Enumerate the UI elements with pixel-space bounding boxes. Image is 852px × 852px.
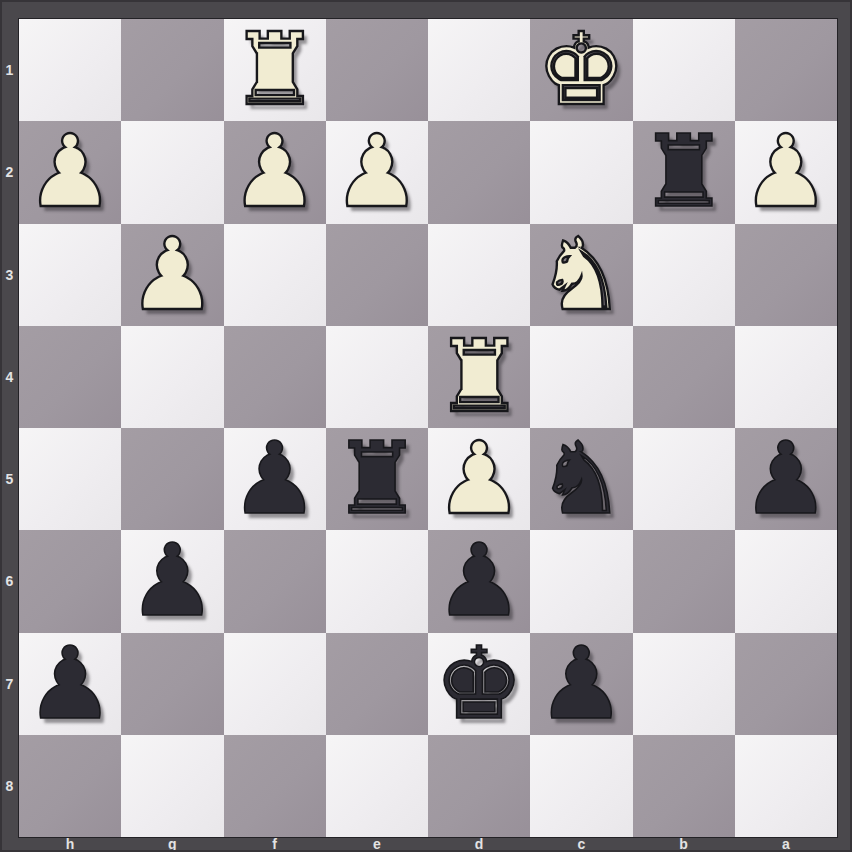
- piece-white-pawn-e2[interactable]: ♟: [326, 121, 428, 223]
- square-b8[interactable]: [633, 735, 735, 837]
- square-e6[interactable]: [326, 530, 428, 632]
- square-g4[interactable]: [121, 326, 223, 428]
- square-d7[interactable]: ♚: [428, 633, 530, 735]
- square-f8[interactable]: [224, 735, 326, 837]
- rank-label-1: 1: [2, 19, 17, 121]
- piece-white-knight-c3[interactable]: ♞: [530, 224, 632, 326]
- square-a7[interactable]: [735, 633, 837, 735]
- piece-black-pawn-d6[interactable]: ♟: [428, 530, 530, 632]
- square-b6[interactable]: [633, 530, 735, 632]
- square-c8[interactable]: [530, 735, 632, 837]
- square-b3[interactable]: [633, 224, 735, 326]
- square-f4[interactable]: [224, 326, 326, 428]
- piece-black-rook-e5[interactable]: ♜: [326, 428, 428, 530]
- square-e8[interactable]: [326, 735, 428, 837]
- square-c2[interactable]: [530, 121, 632, 223]
- piece-white-pawn-a2[interactable]: ♟: [735, 121, 837, 223]
- piece-black-rook-b2[interactable]: ♜: [633, 121, 735, 223]
- square-d6[interactable]: ♟: [428, 530, 530, 632]
- square-c3[interactable]: ♞: [530, 224, 632, 326]
- square-d3[interactable]: [428, 224, 530, 326]
- chess-board: ♜♚♟♟♟♜♟♟♞♜♟♜♟♞♟♟♟♟♚♟: [19, 19, 837, 837]
- rank-label-2: 2: [2, 121, 17, 223]
- square-h4[interactable]: [19, 326, 121, 428]
- piece-white-pawn-g3[interactable]: ♟: [121, 224, 223, 326]
- square-g1[interactable]: [121, 19, 223, 121]
- square-f2[interactable]: ♟: [224, 121, 326, 223]
- square-g7[interactable]: [121, 633, 223, 735]
- square-g2[interactable]: [121, 121, 223, 223]
- file-label-f: f: [224, 835, 326, 852]
- file-label-d: d: [428, 835, 530, 852]
- chess-board-frame: 12345678 ♜♚♟♟♟♜♟♟♞♜♟♜♟♞♟♟♟♟♚♟ hgfedcba: [0, 0, 852, 852]
- square-c6[interactable]: [530, 530, 632, 632]
- square-b4[interactable]: [633, 326, 735, 428]
- piece-black-pawn-c7[interactable]: ♟: [530, 633, 632, 735]
- rank-label-3: 3: [2, 224, 17, 326]
- square-f5[interactable]: ♟: [224, 428, 326, 530]
- rank-label-4: 4: [2, 326, 17, 428]
- square-b1[interactable]: [633, 19, 735, 121]
- square-a5[interactable]: ♟: [735, 428, 837, 530]
- square-g8[interactable]: [121, 735, 223, 837]
- square-a3[interactable]: [735, 224, 837, 326]
- square-h5[interactable]: [19, 428, 121, 530]
- square-g3[interactable]: ♟: [121, 224, 223, 326]
- square-f6[interactable]: [224, 530, 326, 632]
- file-label-h: h: [19, 835, 121, 852]
- square-h1[interactable]: [19, 19, 121, 121]
- square-f7[interactable]: [224, 633, 326, 735]
- square-e1[interactable]: [326, 19, 428, 121]
- square-d8[interactable]: [428, 735, 530, 837]
- piece-black-pawn-a5[interactable]: ♟: [735, 428, 837, 530]
- rank-label-5: 5: [2, 428, 17, 530]
- square-c4[interactable]: [530, 326, 632, 428]
- rank-label-7: 7: [2, 633, 17, 735]
- square-h6[interactable]: [19, 530, 121, 632]
- square-h8[interactable]: [19, 735, 121, 837]
- square-d4[interactable]: ♜: [428, 326, 530, 428]
- square-f1[interactable]: ♜: [224, 19, 326, 121]
- piece-white-pawn-d5[interactable]: ♟: [428, 428, 530, 530]
- square-c1[interactable]: ♚: [530, 19, 632, 121]
- file-label-a: a: [735, 835, 837, 852]
- square-e4[interactable]: [326, 326, 428, 428]
- piece-white-rook-d4[interactable]: ♜: [428, 326, 530, 428]
- square-a4[interactable]: [735, 326, 837, 428]
- square-e2[interactable]: ♟: [326, 121, 428, 223]
- rank-label-8: 8: [2, 735, 17, 837]
- file-labels: hgfedcba: [19, 835, 837, 852]
- square-h3[interactable]: [19, 224, 121, 326]
- square-a2[interactable]: ♟: [735, 121, 837, 223]
- square-b2[interactable]: ♜: [633, 121, 735, 223]
- square-g6[interactable]: ♟: [121, 530, 223, 632]
- piece-black-pawn-h7[interactable]: ♟: [19, 633, 121, 735]
- piece-black-king-d7[interactable]: ♚: [428, 633, 530, 735]
- square-b7[interactable]: [633, 633, 735, 735]
- square-h7[interactable]: ♟: [19, 633, 121, 735]
- piece-black-pawn-f5[interactable]: ♟: [224, 428, 326, 530]
- square-e7[interactable]: [326, 633, 428, 735]
- square-d1[interactable]: [428, 19, 530, 121]
- file-label-c: c: [530, 835, 632, 852]
- piece-black-pawn-g6[interactable]: ♟: [121, 530, 223, 632]
- square-e5[interactable]: ♜: [326, 428, 428, 530]
- rank-labels: 12345678: [2, 19, 17, 837]
- square-c5[interactable]: ♞: [530, 428, 632, 530]
- piece-black-knight-c5[interactable]: ♞: [530, 428, 632, 530]
- piece-white-rook-f1[interactable]: ♜: [224, 19, 326, 121]
- square-h2[interactable]: ♟: [19, 121, 121, 223]
- file-label-g: g: [121, 835, 223, 852]
- square-a1[interactable]: [735, 19, 837, 121]
- rank-label-6: 6: [2, 530, 17, 632]
- piece-white-pawn-f2[interactable]: ♟: [224, 121, 326, 223]
- piece-white-pawn-h2[interactable]: ♟: [19, 121, 121, 223]
- square-d5[interactable]: ♟: [428, 428, 530, 530]
- square-d2[interactable]: [428, 121, 530, 223]
- square-a6[interactable]: [735, 530, 837, 632]
- square-c7[interactable]: ♟: [530, 633, 632, 735]
- square-b5[interactable]: [633, 428, 735, 530]
- square-f3[interactable]: [224, 224, 326, 326]
- square-e3[interactable]: [326, 224, 428, 326]
- square-a8[interactable]: [735, 735, 837, 837]
- piece-white-king-c1[interactable]: ♚: [530, 19, 632, 121]
- square-g5[interactable]: [121, 428, 223, 530]
- file-label-b: b: [633, 835, 735, 852]
- file-label-e: e: [326, 835, 428, 852]
